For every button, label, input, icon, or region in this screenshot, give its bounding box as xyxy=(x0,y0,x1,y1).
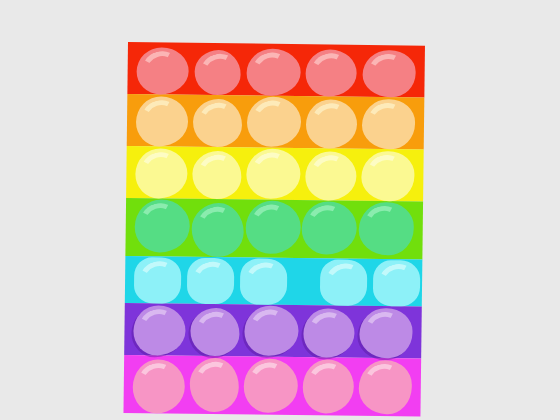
bubble-r5c5[interactable] xyxy=(373,260,421,307)
bubble-r5c1[interactable] xyxy=(134,257,182,304)
bubble-r6c5[interactable] xyxy=(359,308,413,359)
bubble-r2c1[interactable] xyxy=(136,96,189,147)
bubble-r5c4[interactable] xyxy=(320,259,368,306)
bubble-r3c4[interactable] xyxy=(305,151,357,201)
pop-it-board xyxy=(124,42,425,382)
bubble-r7c3[interactable] xyxy=(243,358,298,413)
stripe-cyan xyxy=(125,256,423,307)
stripe-orange xyxy=(127,94,425,150)
stripe-red xyxy=(127,42,425,98)
stripe-purple xyxy=(124,303,422,359)
bubble-r1c2[interactable] xyxy=(194,50,241,96)
bubble-r7c2[interactable] xyxy=(189,358,239,413)
bubble-r2c4[interactable] xyxy=(306,99,358,149)
bubble-r4c1[interactable] xyxy=(134,199,190,253)
stripe-magenta xyxy=(123,355,421,417)
stripe-yellow xyxy=(126,146,424,202)
bubble-r3c1[interactable] xyxy=(135,148,188,199)
bubble-r5c3[interactable] xyxy=(240,258,288,305)
bubble-r6c1[interactable] xyxy=(133,305,186,356)
bubble-r3c2[interactable] xyxy=(192,151,242,200)
bubble-r6c2[interactable] xyxy=(190,308,240,357)
bubble-r2c2[interactable] xyxy=(193,99,243,148)
bubble-r3c5[interactable] xyxy=(361,151,415,202)
bubble-r7c5[interactable] xyxy=(358,360,412,415)
bubble-r3c3[interactable] xyxy=(246,148,301,199)
bubble-r2c5[interactable] xyxy=(362,99,416,150)
pop-it-drawing xyxy=(0,0,560,420)
bubble-r5c2[interactable] xyxy=(187,258,235,305)
bubble-r1c4[interactable] xyxy=(306,49,358,97)
bubble-r7c4[interactable] xyxy=(302,359,354,414)
bubble-r6c3[interactable] xyxy=(244,305,299,356)
stripe-green xyxy=(125,198,423,260)
bubble-r1c1[interactable] xyxy=(136,47,189,95)
bubble-r4c2[interactable] xyxy=(191,203,244,258)
bubble-r2c3[interactable] xyxy=(247,96,302,147)
bubble-r4c5[interactable] xyxy=(358,202,414,256)
bubble-r4c4[interactable] xyxy=(302,201,358,255)
bubble-r1c3[interactable] xyxy=(246,48,301,96)
bubble-r7c1[interactable] xyxy=(132,359,185,414)
bubble-r6c4[interactable] xyxy=(303,308,355,358)
bubble-r4c3[interactable] xyxy=(245,200,301,254)
bubble-r1c5[interactable] xyxy=(362,50,416,98)
